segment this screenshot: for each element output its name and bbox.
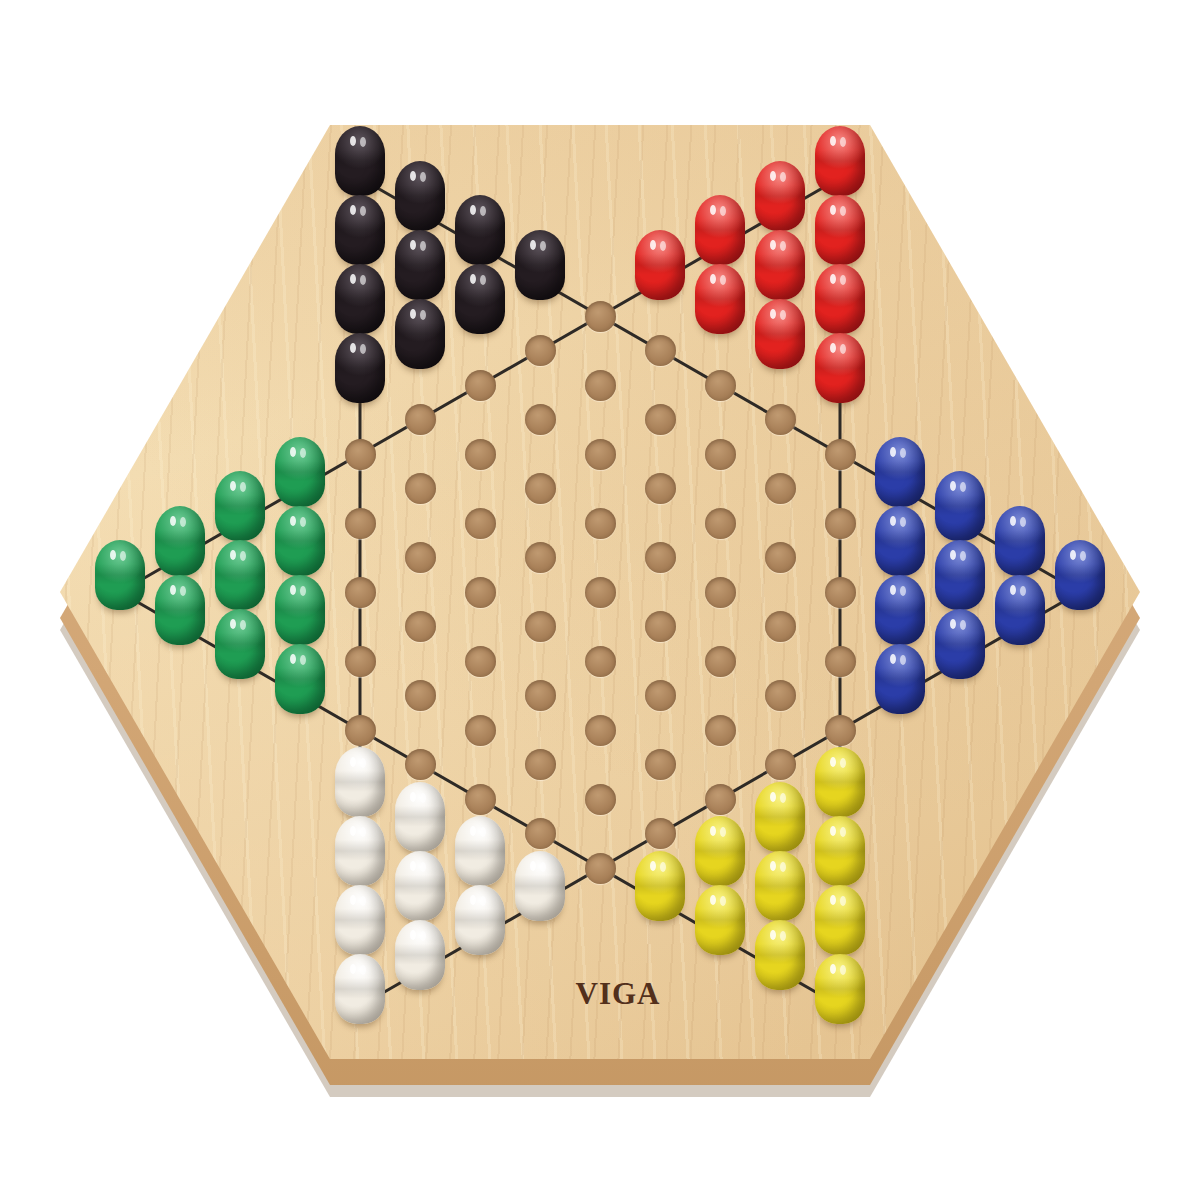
peg-white[interactable] <box>455 816 505 886</box>
peg-yellow[interactable] <box>755 782 805 852</box>
peg-black[interactable] <box>455 195 505 265</box>
peg-white[interactable] <box>395 920 445 990</box>
peg-green[interactable] <box>275 437 325 507</box>
peg-red[interactable] <box>815 264 865 334</box>
peg-white[interactable] <box>335 816 385 886</box>
peg-blue[interactable] <box>995 506 1045 576</box>
peg-blue[interactable] <box>875 644 925 714</box>
peg-black[interactable] <box>515 230 565 300</box>
peg-red[interactable] <box>755 299 805 369</box>
chinese-checkers-scene: VIGA <box>0 0 1200 1200</box>
peg-red[interactable] <box>755 230 805 300</box>
peg-white[interactable] <box>395 782 445 852</box>
peg-black[interactable] <box>335 333 385 403</box>
peg-red[interactable] <box>755 161 805 231</box>
peg-green[interactable] <box>275 506 325 576</box>
peg-blue[interactable] <box>875 506 925 576</box>
peg-yellow[interactable] <box>695 885 745 955</box>
pegs-layer <box>0 0 1200 1200</box>
peg-yellow[interactable] <box>815 954 865 1024</box>
peg-yellow[interactable] <box>635 851 685 921</box>
peg-white[interactable] <box>455 885 505 955</box>
peg-white[interactable] <box>335 747 385 817</box>
peg-yellow[interactable] <box>755 851 805 921</box>
peg-blue[interactable] <box>935 609 985 679</box>
peg-blue[interactable] <box>935 471 985 541</box>
peg-white[interactable] <box>335 885 385 955</box>
peg-red[interactable] <box>815 126 865 196</box>
peg-green[interactable] <box>155 575 205 645</box>
peg-red[interactable] <box>695 195 745 265</box>
peg-green[interactable] <box>215 471 265 541</box>
peg-green[interactable] <box>215 609 265 679</box>
peg-white[interactable] <box>335 954 385 1024</box>
peg-green[interactable] <box>275 575 325 645</box>
peg-black[interactable] <box>335 264 385 334</box>
peg-yellow[interactable] <box>815 816 865 886</box>
peg-yellow[interactable] <box>695 816 745 886</box>
peg-green[interactable] <box>95 540 145 610</box>
peg-white[interactable] <box>395 851 445 921</box>
peg-red[interactable] <box>635 230 685 300</box>
peg-yellow[interactable] <box>755 920 805 990</box>
peg-green[interactable] <box>215 540 265 610</box>
peg-blue[interactable] <box>935 540 985 610</box>
peg-black[interactable] <box>335 195 385 265</box>
peg-black[interactable] <box>455 264 505 334</box>
peg-black[interactable] <box>395 299 445 369</box>
peg-red[interactable] <box>695 264 745 334</box>
peg-green[interactable] <box>155 506 205 576</box>
peg-blue[interactable] <box>875 437 925 507</box>
brand-logo: VIGA <box>553 976 683 1012</box>
peg-yellow[interactable] <box>815 747 865 817</box>
peg-white[interactable] <box>515 851 565 921</box>
peg-blue[interactable] <box>1055 540 1105 610</box>
peg-black[interactable] <box>335 126 385 196</box>
peg-red[interactable] <box>815 333 865 403</box>
peg-blue[interactable] <box>875 575 925 645</box>
peg-black[interactable] <box>395 161 445 231</box>
peg-black[interactable] <box>395 230 445 300</box>
peg-yellow[interactable] <box>815 885 865 955</box>
peg-green[interactable] <box>275 644 325 714</box>
peg-red[interactable] <box>815 195 865 265</box>
peg-blue[interactable] <box>995 575 1045 645</box>
